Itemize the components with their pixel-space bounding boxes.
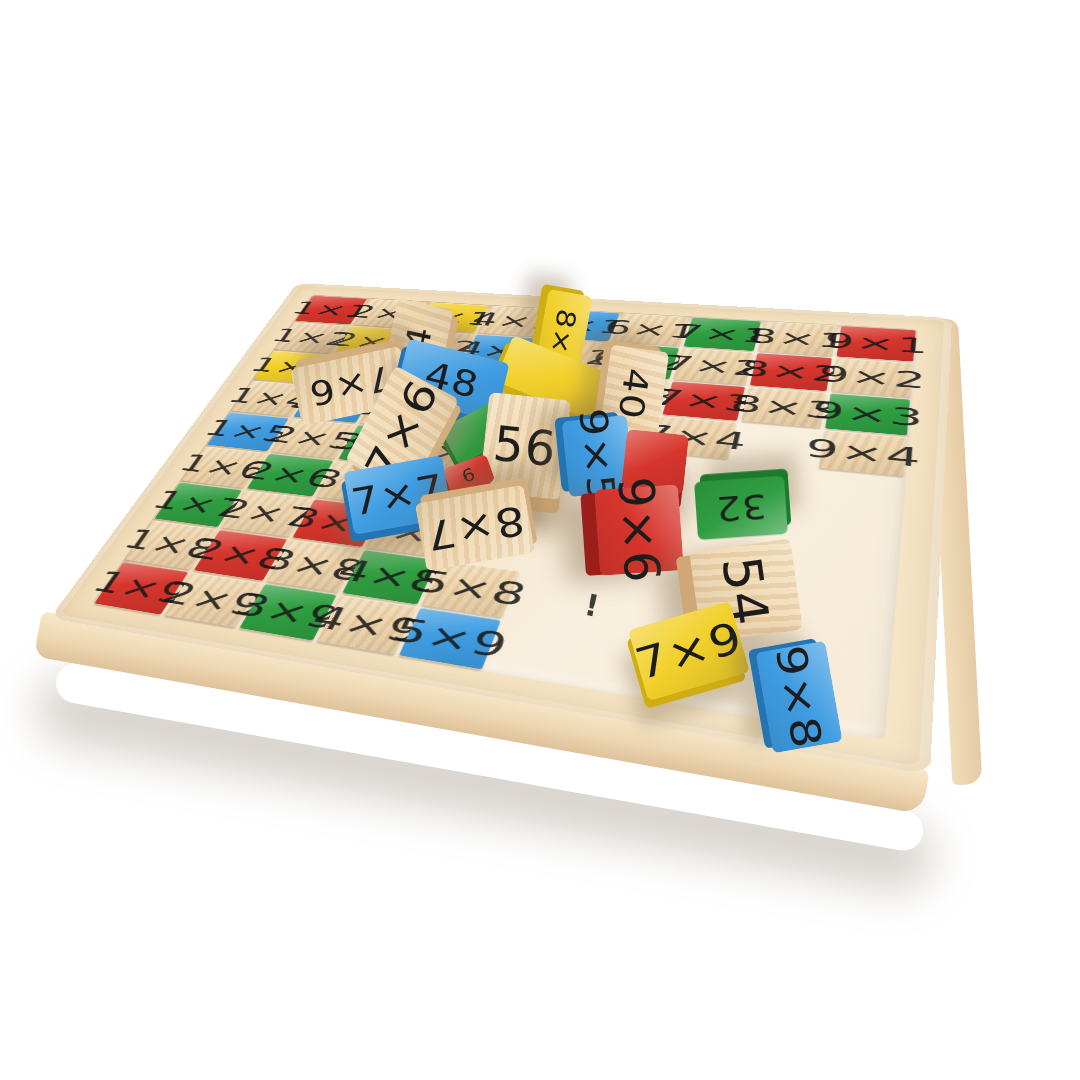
- board-tile-9x1[interactable]: 9×1: [836, 326, 916, 362]
- board-tile-9x3[interactable]: 9×3: [825, 393, 910, 435]
- board-tile-9x2[interactable]: 9×2: [831, 358, 913, 397]
- scene: 1×12×13×14×15×16×17×18×19×11×22×23×24×25…: [0, 0, 1080, 1080]
- board-tile-9x4[interactable]: 9×4: [818, 430, 906, 476]
- loose-tile-56[interactable]: 56: [479, 392, 571, 500]
- loose-tile-9x6[interactable]: 9×6: [594, 484, 684, 576]
- board-tile-5x9[interactable]: 5×9: [399, 608, 500, 670]
- loose-tile-32[interactable]: 32: [694, 476, 788, 541]
